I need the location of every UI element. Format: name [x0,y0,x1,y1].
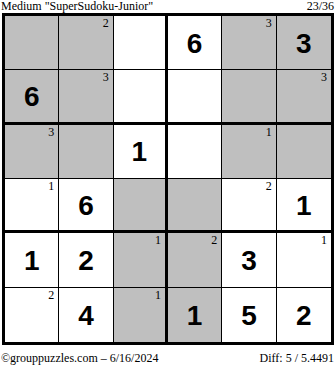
corner-mark: 3 [48,126,54,139]
cell-r3c4[interactable] [168,125,222,179]
copyright-text: ©grouppuzzles.com – 6/16/2024 [1,352,158,365]
given-digit: 1 [187,302,203,330]
corner-mark: 1 [155,234,161,247]
given-digit: 3 [296,30,312,58]
cell-r3c6[interactable] [277,125,331,179]
header: Medium "SuperSudoku-Junior" 23/36 [1,0,334,12]
cell-r6c4[interactable]: 1 [168,288,222,342]
corner-mark: 1 [321,234,327,247]
cell-r5c5[interactable]: 3 [222,233,276,287]
given-digit: 1 [132,138,148,166]
cell-r2c2[interactable]: 3 [59,70,113,124]
cell-r1c1[interactable] [5,16,59,70]
given-digit: 2 [78,247,94,275]
cell-r2c3[interactable] [114,70,168,124]
cell-r5c6[interactable]: 1 [277,233,331,287]
corner-mark: 3 [321,71,327,84]
corner-mark: 2 [103,17,109,30]
cell-r2c4[interactable] [168,70,222,124]
corner-mark: 1 [155,289,161,302]
cell-r3c2[interactable] [59,125,113,179]
cell-r5c2[interactable]: 2 [59,233,113,287]
puzzle-page: { "game": "sudoku-6x6 (SuperSudoku-Junio… [0,0,336,370]
corner-mark: 2 [266,180,272,193]
corner-mark: 3 [103,71,109,84]
given-digit: 4 [78,302,94,330]
cell-r4c1[interactable]: 1 [5,179,59,233]
cell-r4c2[interactable]: 6 [59,179,113,233]
cell-r4c5[interactable]: 2 [222,179,276,233]
given-digit: 6 [187,30,203,58]
cell-r3c3[interactable]: 1 [114,125,168,179]
sudoku-board: 26336333111621121231241152 [2,13,334,345]
given-digit: 5 [241,302,257,330]
given-digit: 6 [78,192,94,220]
given-digit: 6 [24,83,40,111]
cell-r4c6[interactable]: 1 [277,179,331,233]
cell-r5c4[interactable]: 2 [168,233,222,287]
puzzle-title: Medium "SuperSudoku-Junior" [1,0,153,12]
corner-mark: 3 [266,17,272,30]
cell-r4c3[interactable] [114,179,168,233]
cell-r2c6[interactable]: 3 [277,70,331,124]
cell-r4c4[interactable] [168,179,222,233]
given-digit: 1 [24,247,40,275]
cell-r6c1[interactable]: 2 [5,288,59,342]
cell-r3c5[interactable]: 1 [222,125,276,179]
difficulty-text: Diff: 5 / 5.4491 [260,352,334,365]
cell-r2c5[interactable] [222,70,276,124]
given-digit: 1 [296,192,312,220]
cell-r6c2[interactable]: 4 [59,288,113,342]
cell-r1c6[interactable]: 3 [277,16,331,70]
cell-r2c1[interactable]: 6 [5,70,59,124]
cell-r6c6[interactable]: 2 [277,288,331,342]
corner-mark: 1 [266,126,272,139]
corner-mark: 1 [48,180,54,193]
cell-counter: 23/36 [307,0,334,12]
cell-r1c3[interactable] [114,16,168,70]
cell-r1c2[interactable]: 2 [59,16,113,70]
cell-r1c4[interactable]: 6 [168,16,222,70]
cell-r6c3[interactable]: 1 [114,288,168,342]
given-digit: 2 [296,302,312,330]
given-digit: 3 [241,247,257,275]
corner-mark: 2 [48,289,54,302]
corner-mark: 2 [211,234,217,247]
cell-r1c5[interactable]: 3 [222,16,276,70]
footer: ©grouppuzzles.com – 6/16/2024 Diff: 5 / … [1,352,334,365]
cell-r5c1[interactable]: 1 [5,233,59,287]
cell-r5c3[interactable]: 1 [114,233,168,287]
cell-r6c5[interactable]: 5 [222,288,276,342]
cell-r3c1[interactable]: 3 [5,125,59,179]
